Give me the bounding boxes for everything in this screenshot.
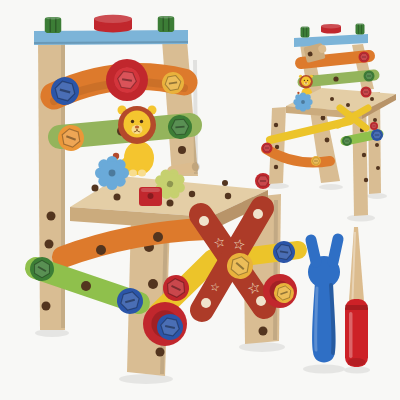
sc-green-bolt <box>364 71 375 82</box>
sc-red-bolt-curve <box>262 143 273 154</box>
red-nut-orange-bolt <box>263 274 297 308</box>
big-red-nut-front <box>143 302 187 346</box>
product-photo: ☆ ☆ ☆ ☆ <box>0 0 400 400</box>
sc-red-top-nut <box>321 24 341 34</box>
sc-green-cap-left <box>301 26 310 38</box>
red-top-nut <box>94 15 132 33</box>
screwdriver-handle <box>345 299 368 367</box>
red-square-nut <box>139 187 162 206</box>
green-slat-hole <box>81 281 91 291</box>
sc-green-bolt-lower <box>342 136 352 146</box>
green-cap-left <box>45 16 62 33</box>
green-cap-right <box>158 15 175 32</box>
sc-green-slat-hole <box>333 76 338 81</box>
sc-seat-red-bolt <box>361 87 372 98</box>
sc-yellow-bolt-curve <box>311 156 321 166</box>
sc-red-cap-lower <box>370 122 378 130</box>
sc-gear-blue <box>293 92 312 111</box>
sc-blue-bolt-lower <box>371 129 383 141</box>
seat-corner-red-bolt <box>255 173 271 189</box>
toy-chair-scene: ☆ ☆ ☆ ☆ <box>0 0 400 400</box>
gear-blue <box>95 156 129 190</box>
sc-green-cap-right <box>356 23 365 35</box>
big-red-nut-back <box>106 59 148 101</box>
sc-red-bolt-orange-slat <box>359 52 370 63</box>
